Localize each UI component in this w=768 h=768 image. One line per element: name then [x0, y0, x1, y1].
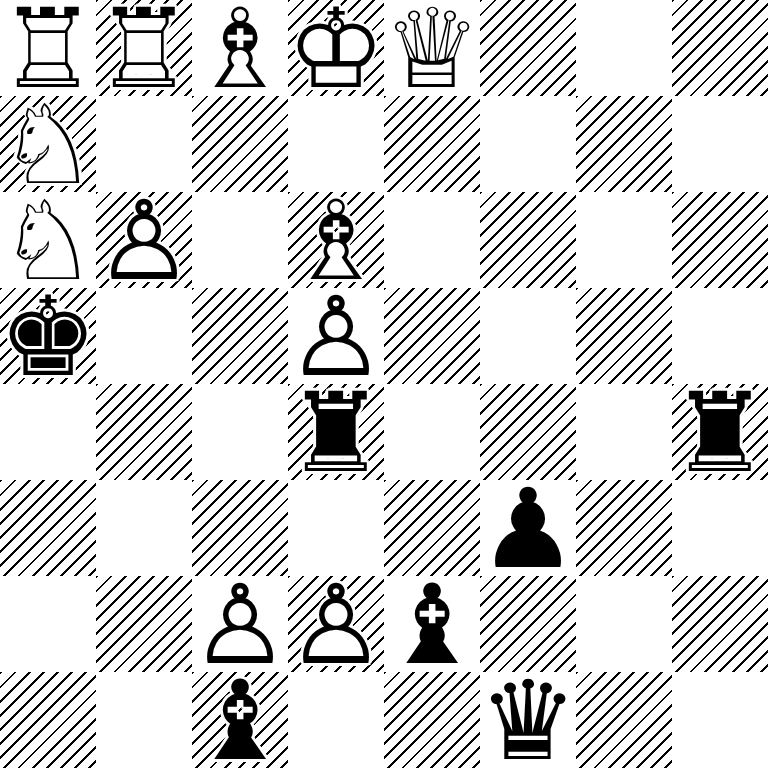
- white-bishop-icon: ♗: [192, 1, 288, 97]
- square-f5[interactable]: [480, 288, 576, 384]
- square-f3[interactable]: ♟♟: [480, 480, 576, 576]
- square-b2[interactable]: [96, 576, 192, 672]
- black-queen-piece: ♛♛: [480, 672, 576, 768]
- square-a1[interactable]: [0, 672, 96, 768]
- piece-halo: ♟: [288, 577, 384, 673]
- piece-halo: ♞: [0, 193, 96, 289]
- piece-halo: ♚: [0, 289, 96, 385]
- white-bishop-icon: ♗: [288, 193, 384, 289]
- square-e1[interactable]: [384, 672, 480, 768]
- square-a8[interactable]: ♜♖: [0, 0, 96, 96]
- square-g1[interactable]: [576, 672, 672, 768]
- white-rook-piece: ♜♖: [96, 0, 192, 96]
- black-pawn-icon: ♟: [480, 481, 576, 577]
- piece-halo: ♟: [192, 577, 288, 673]
- square-a5[interactable]: ♚♚: [0, 288, 96, 384]
- square-h5[interactable]: [672, 288, 768, 384]
- white-rook-icon: ♖: [0, 1, 96, 97]
- white-knight-piece: ♞♘: [0, 192, 96, 288]
- square-c8[interactable]: ♝♗: [192, 0, 288, 96]
- black-bishop-icon: ♝: [192, 673, 288, 768]
- white-pawn-piece: ♟♙: [192, 576, 288, 672]
- piece-halo: ♟: [480, 481, 576, 577]
- square-h4[interactable]: ♜♜: [672, 384, 768, 480]
- white-knight-icon: ♘: [0, 97, 96, 193]
- square-f2[interactable]: [480, 576, 576, 672]
- square-c5[interactable]: [192, 288, 288, 384]
- square-a3[interactable]: [0, 480, 96, 576]
- square-c7[interactable]: [192, 96, 288, 192]
- piece-halo: ♝: [192, 673, 288, 768]
- white-rook-piece: ♜♖: [0, 0, 96, 96]
- piece-halo: ♞: [0, 97, 96, 193]
- white-bishop-piece: ♝♗: [192, 0, 288, 96]
- square-e5[interactable]: [384, 288, 480, 384]
- square-f8[interactable]: [480, 0, 576, 96]
- square-d1[interactable]: [288, 672, 384, 768]
- square-h2[interactable]: [672, 576, 768, 672]
- square-a2[interactable]: [0, 576, 96, 672]
- square-d5[interactable]: ♟♙: [288, 288, 384, 384]
- square-h1[interactable]: [672, 672, 768, 768]
- square-b1[interactable]: [96, 672, 192, 768]
- square-h7[interactable]: [672, 96, 768, 192]
- square-g8[interactable]: [576, 0, 672, 96]
- chess-board: ♜♖♜♖♝♗♚♔♛♕♞♘♞♘♟♙♝♗♚♚♟♙♜♜♜♜♟♟♟♙♟♙♝♝♝♝♛♛: [0, 0, 768, 768]
- white-queen-icon: ♕: [384, 1, 480, 97]
- square-e4[interactable]: [384, 384, 480, 480]
- square-b8[interactable]: ♜♖: [96, 0, 192, 96]
- black-bishop-piece: ♝♝: [192, 672, 288, 768]
- square-b7[interactable]: [96, 96, 192, 192]
- black-rook-icon: ♜: [672, 385, 768, 481]
- piece-halo: ♛: [480, 673, 576, 768]
- square-g7[interactable]: [576, 96, 672, 192]
- white-knight-icon: ♘: [0, 193, 96, 289]
- black-rook-icon: ♜: [288, 385, 384, 481]
- square-d8[interactable]: ♚♔: [288, 0, 384, 96]
- square-e2[interactable]: ♝♝: [384, 576, 480, 672]
- square-e6[interactable]: [384, 192, 480, 288]
- square-d7[interactable]: [288, 96, 384, 192]
- square-g4[interactable]: [576, 384, 672, 480]
- square-h3[interactable]: [672, 480, 768, 576]
- square-c2[interactable]: ♟♙: [192, 576, 288, 672]
- black-king-icon: ♚: [0, 289, 96, 385]
- white-king-icon: ♔: [288, 1, 384, 97]
- black-bishop-piece: ♝♝: [384, 576, 480, 672]
- piece-halo: ♝: [288, 193, 384, 289]
- square-f1[interactable]: ♛♛: [480, 672, 576, 768]
- piece-halo: ♚: [288, 1, 384, 97]
- square-b3[interactable]: [96, 480, 192, 576]
- piece-halo: ♝: [192, 1, 288, 97]
- white-pawn-piece: ♟♙: [288, 576, 384, 672]
- black-rook-piece: ♜♜: [672, 384, 768, 480]
- white-pawn-icon: ♙: [192, 577, 288, 673]
- white-rook-icon: ♖: [96, 1, 192, 97]
- square-a7[interactable]: ♞♘: [0, 96, 96, 192]
- piece-halo: ♛: [384, 1, 480, 97]
- square-e3[interactable]: [384, 480, 480, 576]
- white-pawn-icon: ♙: [288, 289, 384, 385]
- square-c4[interactable]: [192, 384, 288, 480]
- square-h6[interactable]: [672, 192, 768, 288]
- black-rook-piece: ♜♜: [288, 384, 384, 480]
- square-d6[interactable]: ♝♗: [288, 192, 384, 288]
- square-f6[interactable]: [480, 192, 576, 288]
- square-f7[interactable]: [480, 96, 576, 192]
- square-c1[interactable]: ♝♝: [192, 672, 288, 768]
- white-queen-piece: ♛♕: [384, 0, 480, 96]
- square-f4[interactable]: [480, 384, 576, 480]
- square-g3[interactable]: [576, 480, 672, 576]
- square-c3[interactable]: [192, 480, 288, 576]
- white-knight-piece: ♞♘: [0, 96, 96, 192]
- piece-halo: ♟: [288, 289, 384, 385]
- square-d3[interactable]: [288, 480, 384, 576]
- piece-halo: ♜: [0, 1, 96, 97]
- black-pawn-piece: ♟♟: [480, 480, 576, 576]
- square-a4[interactable]: [0, 384, 96, 480]
- black-queen-icon: ♛: [480, 673, 576, 768]
- square-b5[interactable]: [96, 288, 192, 384]
- square-d4[interactable]: ♜♜: [288, 384, 384, 480]
- square-g5[interactable]: [576, 288, 672, 384]
- piece-halo: ♝: [384, 577, 480, 673]
- square-d2[interactable]: ♟♙: [288, 576, 384, 672]
- piece-halo: ♜: [672, 385, 768, 481]
- white-bishop-piece: ♝♗: [288, 192, 384, 288]
- square-c6[interactable]: [192, 192, 288, 288]
- white-king-piece: ♚♔: [288, 0, 384, 96]
- piece-halo: ♜: [96, 1, 192, 97]
- square-b4[interactable]: [96, 384, 192, 480]
- square-g2[interactable]: [576, 576, 672, 672]
- black-king-piece: ♚♚: [0, 288, 96, 384]
- square-g6[interactable]: [576, 192, 672, 288]
- white-pawn-icon: ♙: [288, 577, 384, 673]
- black-bishop-icon: ♝: [384, 577, 480, 673]
- square-e8[interactable]: ♛♕: [384, 0, 480, 96]
- white-pawn-piece: ♟♙: [288, 288, 384, 384]
- white-pawn-piece: ♟♙: [96, 192, 192, 288]
- piece-halo: ♟: [96, 193, 192, 289]
- square-a6[interactable]: ♞♘: [0, 192, 96, 288]
- square-e7[interactable]: [384, 96, 480, 192]
- square-h8[interactable]: [672, 0, 768, 96]
- white-pawn-icon: ♙: [96, 193, 192, 289]
- piece-halo: ♜: [288, 385, 384, 481]
- square-b6[interactable]: ♟♙: [96, 192, 192, 288]
